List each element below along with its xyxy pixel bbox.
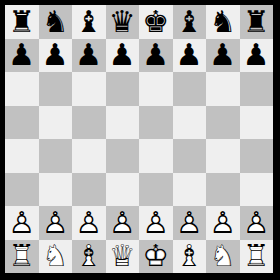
piece-black-rook[interactable]: ♜ bbox=[240, 5, 274, 39]
square-d8[interactable]: ♛ bbox=[106, 5, 140, 39]
piece-white-pawn[interactable]: ♟♙ bbox=[72, 206, 106, 240]
piece-black-pawn[interactable]: ♟ bbox=[5, 39, 39, 73]
piece-white-pawn[interactable]: ♟♙ bbox=[5, 206, 39, 240]
square-g6[interactable] bbox=[206, 72, 240, 106]
square-c2[interactable]: ♟♙ bbox=[72, 206, 106, 240]
square-f5[interactable] bbox=[173, 106, 207, 140]
square-e8[interactable]: ♚ bbox=[139, 5, 173, 39]
black-piece-glyph: ♝ bbox=[173, 5, 207, 39]
piece-black-pawn[interactable]: ♟ bbox=[173, 39, 207, 73]
chess-board-frame: ♜♞♝♛♚♝♞♜♟♟♟♟♟♟♟♟♟♙♟♙♟♙♟♙♟♙♟♙♟♙♟♙♜♖♞♘♝♗♛♕… bbox=[0, 0, 280, 280]
square-g8[interactable]: ♞ bbox=[206, 5, 240, 39]
square-b8[interactable]: ♞ bbox=[39, 5, 73, 39]
square-g2[interactable]: ♟♙ bbox=[206, 206, 240, 240]
piece-white-knight[interactable]: ♞♘ bbox=[39, 240, 73, 274]
white-piece-outline-glyph: ♙ bbox=[106, 206, 140, 240]
square-h1[interactable]: ♜♖ bbox=[240, 240, 274, 274]
piece-black-rook[interactable]: ♜ bbox=[5, 5, 39, 39]
white-piece-outline-glyph: ♙ bbox=[72, 206, 106, 240]
piece-black-bishop[interactable]: ♝ bbox=[173, 5, 207, 39]
square-b1[interactable]: ♞♘ bbox=[39, 240, 73, 274]
white-piece-outline-glyph: ♙ bbox=[39, 206, 73, 240]
square-c5[interactable] bbox=[72, 106, 106, 140]
piece-black-pawn[interactable]: ♟ bbox=[39, 39, 73, 73]
piece-white-queen[interactable]: ♛♕ bbox=[106, 240, 140, 274]
white-piece-outline-glyph: ♖ bbox=[240, 240, 274, 274]
square-c3[interactable] bbox=[72, 173, 106, 207]
square-h8[interactable]: ♜ bbox=[240, 5, 274, 39]
square-h5[interactable] bbox=[240, 106, 274, 140]
white-piece-outline-glyph: ♖ bbox=[5, 240, 39, 274]
piece-white-pawn[interactable]: ♟♙ bbox=[139, 206, 173, 240]
square-h2[interactable]: ♟♙ bbox=[240, 206, 274, 240]
square-b6[interactable] bbox=[39, 72, 73, 106]
square-f1[interactable]: ♝♗ bbox=[173, 240, 207, 274]
piece-white-knight[interactable]: ♞♘ bbox=[206, 240, 240, 274]
square-f3[interactable] bbox=[173, 173, 207, 207]
square-a1[interactable]: ♜♖ bbox=[5, 240, 39, 274]
square-e6[interactable] bbox=[139, 72, 173, 106]
black-piece-glyph: ♟ bbox=[5, 39, 39, 73]
square-g3[interactable] bbox=[206, 173, 240, 207]
piece-black-bishop[interactable]: ♝ bbox=[72, 5, 106, 39]
square-d2[interactable]: ♟♙ bbox=[106, 206, 140, 240]
square-a4[interactable] bbox=[5, 139, 39, 173]
square-c6[interactable] bbox=[72, 72, 106, 106]
square-d3[interactable] bbox=[106, 173, 140, 207]
white-piece-outline-glyph: ♘ bbox=[39, 240, 73, 274]
piece-black-pawn[interactable]: ♟ bbox=[206, 39, 240, 73]
black-piece-glyph: ♜ bbox=[240, 5, 274, 39]
piece-white-bishop[interactable]: ♝♗ bbox=[72, 240, 106, 274]
white-piece-outline-glyph: ♙ bbox=[173, 206, 207, 240]
piece-black-pawn[interactable]: ♟ bbox=[240, 39, 274, 73]
piece-white-pawn[interactable]: ♟♙ bbox=[39, 206, 73, 240]
piece-black-knight[interactable]: ♞ bbox=[206, 5, 240, 39]
white-piece-outline-glyph: ♔ bbox=[139, 240, 173, 274]
square-a7[interactable]: ♟ bbox=[5, 39, 39, 73]
square-c7[interactable]: ♟ bbox=[72, 39, 106, 73]
black-piece-glyph: ♟ bbox=[173, 39, 207, 73]
square-d4[interactable] bbox=[106, 139, 140, 173]
black-piece-glyph: ♟ bbox=[106, 39, 140, 73]
square-g7[interactable]: ♟ bbox=[206, 39, 240, 73]
black-piece-glyph: ♟ bbox=[139, 39, 173, 73]
piece-black-pawn[interactable]: ♟ bbox=[72, 39, 106, 73]
black-piece-glyph: ♞ bbox=[39, 5, 73, 39]
square-f6[interactable] bbox=[173, 72, 207, 106]
piece-white-king[interactable]: ♚♔ bbox=[139, 240, 173, 274]
piece-black-queen[interactable]: ♛ bbox=[106, 5, 140, 39]
piece-white-rook[interactable]: ♜♖ bbox=[5, 240, 39, 274]
square-a8[interactable]: ♜ bbox=[5, 5, 39, 39]
piece-black-pawn[interactable]: ♟ bbox=[106, 39, 140, 73]
black-piece-glyph: ♛ bbox=[106, 5, 140, 39]
square-b4[interactable] bbox=[39, 139, 73, 173]
white-piece-outline-glyph: ♗ bbox=[173, 240, 207, 274]
square-e5[interactable] bbox=[139, 106, 173, 140]
square-h6[interactable] bbox=[240, 72, 274, 106]
square-c4[interactable] bbox=[72, 139, 106, 173]
square-e4[interactable] bbox=[139, 139, 173, 173]
piece-black-king[interactable]: ♚ bbox=[139, 5, 173, 39]
square-b2[interactable]: ♟♙ bbox=[39, 206, 73, 240]
square-d1[interactable]: ♛♕ bbox=[106, 240, 140, 274]
square-b3[interactable] bbox=[39, 173, 73, 207]
white-piece-outline-glyph: ♙ bbox=[240, 206, 274, 240]
square-c1[interactable]: ♝♗ bbox=[72, 240, 106, 274]
black-piece-glyph: ♝ bbox=[72, 5, 106, 39]
piece-white-pawn[interactable]: ♟♙ bbox=[206, 206, 240, 240]
square-a3[interactable] bbox=[5, 173, 39, 207]
square-f7[interactable]: ♟ bbox=[173, 39, 207, 73]
white-piece-outline-glyph: ♕ bbox=[106, 240, 140, 274]
black-piece-glyph: ♚ bbox=[139, 5, 173, 39]
square-f8[interactable]: ♝ bbox=[173, 5, 207, 39]
square-c8[interactable]: ♝ bbox=[72, 5, 106, 39]
square-e2[interactable]: ♟♙ bbox=[139, 206, 173, 240]
square-a5[interactable] bbox=[5, 106, 39, 140]
square-a2[interactable]: ♟♙ bbox=[5, 206, 39, 240]
square-b7[interactable]: ♟ bbox=[39, 39, 73, 73]
square-h3[interactable] bbox=[240, 173, 274, 207]
square-e1[interactable]: ♚♔ bbox=[139, 240, 173, 274]
piece-black-pawn[interactable]: ♟ bbox=[139, 39, 173, 73]
piece-black-knight[interactable]: ♞ bbox=[39, 5, 73, 39]
black-piece-glyph: ♟ bbox=[240, 39, 274, 73]
piece-white-rook[interactable]: ♜♖ bbox=[240, 240, 274, 274]
black-piece-glyph: ♟ bbox=[206, 39, 240, 73]
square-e7[interactable]: ♟ bbox=[139, 39, 173, 73]
square-d7[interactable]: ♟ bbox=[106, 39, 140, 73]
square-h7[interactable]: ♟ bbox=[240, 39, 274, 73]
piece-white-pawn[interactable]: ♟♙ bbox=[173, 206, 207, 240]
square-h4[interactable] bbox=[240, 139, 274, 173]
white-piece-outline-glyph: ♙ bbox=[206, 206, 240, 240]
black-piece-glyph: ♞ bbox=[206, 5, 240, 39]
square-g1[interactable]: ♞♘ bbox=[206, 240, 240, 274]
white-piece-outline-glyph: ♙ bbox=[5, 206, 39, 240]
black-piece-glyph: ♜ bbox=[5, 5, 39, 39]
square-a6[interactable] bbox=[5, 72, 39, 106]
piece-white-pawn[interactable]: ♟♙ bbox=[240, 206, 274, 240]
square-e3[interactable] bbox=[139, 173, 173, 207]
white-piece-outline-glyph: ♘ bbox=[206, 240, 240, 274]
black-piece-glyph: ♟ bbox=[39, 39, 73, 73]
square-d5[interactable] bbox=[106, 106, 140, 140]
square-b5[interactable] bbox=[39, 106, 73, 140]
chess-board[interactable]: ♜♞♝♛♚♝♞♜♟♟♟♟♟♟♟♟♟♙♟♙♟♙♟♙♟♙♟♙♟♙♟♙♜♖♞♘♝♗♛♕… bbox=[5, 5, 273, 273]
square-g4[interactable] bbox=[206, 139, 240, 173]
square-g5[interactable] bbox=[206, 106, 240, 140]
piece-white-bishop[interactable]: ♝♗ bbox=[173, 240, 207, 274]
black-piece-glyph: ♟ bbox=[72, 39, 106, 73]
piece-white-pawn[interactable]: ♟♙ bbox=[106, 206, 140, 240]
square-d6[interactable] bbox=[106, 72, 140, 106]
white-piece-outline-glyph: ♙ bbox=[139, 206, 173, 240]
square-f4[interactable] bbox=[173, 139, 207, 173]
white-piece-outline-glyph: ♗ bbox=[72, 240, 106, 274]
square-f2[interactable]: ♟♙ bbox=[173, 206, 207, 240]
